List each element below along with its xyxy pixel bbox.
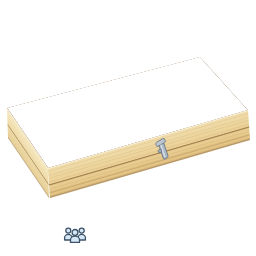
people-group-icon bbox=[62, 227, 88, 243]
age-rating-badge bbox=[3, 213, 45, 255]
players-count-badge bbox=[54, 213, 96, 255]
product-photo bbox=[0, 0, 256, 256]
latch-icon bbox=[155, 136, 170, 164]
